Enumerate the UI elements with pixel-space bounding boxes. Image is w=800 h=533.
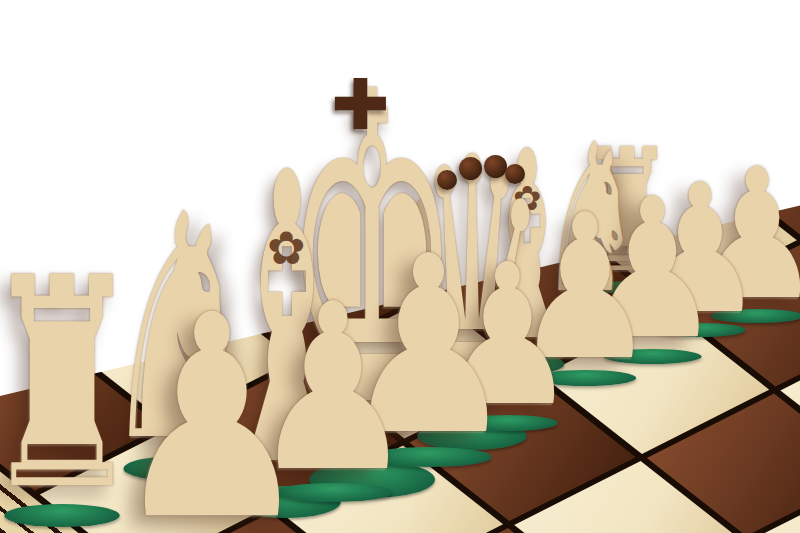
chess-set-photo: ♜ ♞ ♝ ♚ ♛ ♝ ♞ ♜ ♟ ♟ ♟ ♟ <box>0 0 800 533</box>
white-pawn-1[interactable]: ♟ <box>100 278 324 533</box>
pawn-glyph: ♟ <box>100 278 324 533</box>
queen-crown-ball-icon <box>484 155 507 178</box>
queen-crown-ball-icon <box>505 164 525 184</box>
